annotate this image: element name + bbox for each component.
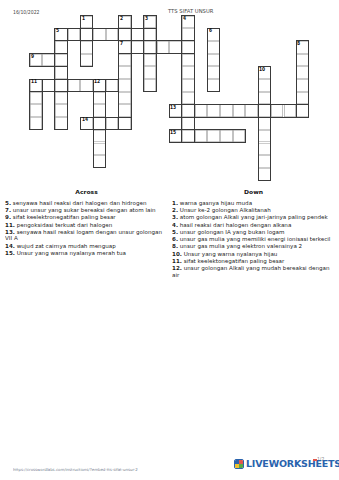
clue-number-10: 10 bbox=[259, 68, 265, 72]
grid-cell-r4c14[interactable] bbox=[207, 66, 220, 79]
grid-cell-r6c12[interactable] bbox=[182, 92, 195, 105]
grid-cell-r7c14[interactable] bbox=[207, 104, 220, 117]
clue-number-11: 11 bbox=[31, 80, 37, 84]
grid-cell-r1c4[interactable] bbox=[80, 28, 93, 41]
grid-cell-r5c9[interactable] bbox=[144, 79, 157, 92]
grid-cell-r4c9[interactable] bbox=[144, 66, 157, 79]
clue-down-8: 8. unsur gas mulia yang elektron valensi… bbox=[172, 243, 335, 249]
grid-cell-r2c9[interactable] bbox=[144, 41, 157, 54]
grid-cell-r6c18[interactable] bbox=[258, 92, 271, 105]
clue-down-3: 3. atom golongan Alkali yang jari-jariny… bbox=[172, 214, 335, 220]
grid-cell-r7c2[interactable] bbox=[55, 104, 68, 117]
grid-cell-r6c21[interactable] bbox=[296, 92, 309, 105]
clue-number-1: 1 bbox=[82, 17, 85, 21]
grid-cell-r2c12[interactable] bbox=[182, 41, 195, 54]
clue-across-15: 15. Unsur yang warna nyalanya merah tua bbox=[5, 250, 168, 256]
grid-cell-r5c3[interactable] bbox=[68, 79, 81, 92]
grid-cell-r7c13[interactable] bbox=[195, 104, 208, 117]
clue-across-14: 14. wujud zat cairnya mudah menguap bbox=[5, 242, 168, 248]
grid-cell-r7c18[interactable] bbox=[258, 104, 271, 117]
grid-cell-r1c12[interactable] bbox=[182, 28, 195, 41]
grid-cell-r3c14[interactable] bbox=[207, 54, 220, 67]
grid-cell-r1c3[interactable] bbox=[68, 28, 81, 41]
clue-number-7: 7 bbox=[120, 42, 123, 46]
grid-cell-r8c7[interactable] bbox=[118, 117, 131, 130]
across-header: Across bbox=[5, 189, 168, 196]
grid-cell-r3c9[interactable] bbox=[144, 54, 157, 67]
grid-cell-r8c5[interactable] bbox=[93, 117, 106, 130]
clue-number-12: 12 bbox=[94, 80, 100, 84]
liveworksheets-logo-icon bbox=[234, 459, 244, 469]
grid-cell-r5c1[interactable] bbox=[42, 79, 55, 92]
grid-cell-r9c15[interactable] bbox=[220, 130, 233, 143]
grid-cell-r5c18[interactable] bbox=[258, 79, 271, 92]
grid-cell-r5c21[interactable] bbox=[296, 79, 309, 92]
clue-number-13: 13 bbox=[170, 106, 176, 110]
grid-cell-r12c18[interactable] bbox=[258, 168, 271, 181]
grid-cell-r2c8[interactable] bbox=[131, 41, 144, 54]
grid-cell-r8c18[interactable] bbox=[258, 117, 271, 130]
grid-cell-r9c14[interactable] bbox=[207, 130, 220, 143]
grid-cell-r7c0[interactable] bbox=[30, 104, 43, 117]
grid-cell-r3c1[interactable] bbox=[42, 54, 55, 67]
clue-down-4: 4. hasil reaksi dari halogen dengan alka… bbox=[172, 221, 335, 227]
clue-number-4: 4 bbox=[183, 17, 186, 21]
grid-cell-r8c0[interactable] bbox=[30, 117, 43, 130]
footer-url: https://crosswordlabs.com/instructions/?… bbox=[13, 459, 262, 478]
grid-cell-r4c21[interactable] bbox=[296, 66, 309, 79]
grid-cell-r10c18[interactable] bbox=[258, 143, 271, 156]
grid-cell-r9c5[interactable] bbox=[93, 130, 106, 143]
grid-cell-r8c12[interactable] bbox=[182, 117, 195, 130]
grid-cell-r5c14[interactable] bbox=[207, 79, 220, 92]
grid-cell-r7c12[interactable] bbox=[182, 104, 195, 117]
clue-down-12: 12. unsur golongan Alkali yang mudah ber… bbox=[172, 265, 335, 278]
clue-down-2: 2. Unsur ke-2 golongan Alkalitanah bbox=[172, 207, 335, 213]
grid-cell-r5c4[interactable] bbox=[80, 79, 93, 92]
grid-cell-r11c5[interactable] bbox=[93, 155, 106, 168]
grid-cell-r4c2[interactable] bbox=[55, 66, 68, 79]
grid-cell-r7c16[interactable] bbox=[233, 104, 246, 117]
liveworksheets-logo[interactable]: LIVEWORKSHEETS bbox=[234, 457, 339, 470]
grid-cell-r1c6[interactable] bbox=[106, 28, 119, 41]
grid-cell-r2c2[interactable] bbox=[55, 41, 68, 54]
grid-cell-r2c10[interactable] bbox=[157, 41, 170, 54]
clue-number-2: 2 bbox=[120, 17, 123, 21]
grid-cell-r6c2[interactable] bbox=[55, 92, 68, 105]
grid-cell-r7c19[interactable] bbox=[271, 104, 284, 117]
grid-cell-r3c4[interactable] bbox=[80, 54, 93, 67]
grid-cell-r1c5[interactable] bbox=[93, 28, 106, 41]
grid-cell-r9c18[interactable] bbox=[258, 130, 271, 143]
across-clues-section: Across 5. senyawa hasil reaksi dari halo… bbox=[5, 189, 169, 325]
grid-cell-r11c18[interactable] bbox=[258, 155, 271, 168]
clue-down-6: 6. unsur gas mulia yang memiliki energi … bbox=[172, 236, 335, 242]
grid-cell-r5c2[interactable] bbox=[55, 79, 68, 92]
grid-cell-r8c2[interactable] bbox=[55, 117, 68, 130]
grid-cell-r5c7[interactable] bbox=[118, 79, 131, 92]
clue-number-15: 15 bbox=[170, 131, 176, 135]
grid-cell-r2c11[interactable] bbox=[169, 41, 182, 54]
clue-across-5: 5. senyawa hasil reaksi dari halogen dan… bbox=[5, 199, 168, 205]
clue-across-11: 11. pengoksidasi terkuat dari halogen bbox=[5, 221, 168, 227]
grid-cell-r7c20[interactable] bbox=[284, 104, 297, 117]
worksheet-page: 16/10/2022 TTS SIFAT UNSUR 1234567891011… bbox=[0, 0, 339, 480]
grid-cell-r7c21[interactable] bbox=[296, 104, 309, 117]
grid-cell-r4c7[interactable] bbox=[118, 66, 131, 79]
grid-cell-r3c2[interactable] bbox=[55, 54, 68, 67]
logo-e-accent bbox=[313, 459, 317, 461]
grid-cell-r6c7[interactable] bbox=[118, 92, 131, 105]
across-clue-list: 5. senyawa hasil reaksi dari halogen dan… bbox=[5, 199, 168, 256]
grid-cell-r9c13[interactable] bbox=[195, 130, 208, 143]
clue-down-5: 5. unsur golongan IA yang bukan logam bbox=[172, 229, 335, 235]
clue-down-11: 11. sifat keelektonegatifan paling besar bbox=[172, 258, 335, 264]
grid-cell-r5c6[interactable] bbox=[106, 79, 119, 92]
down-header: Down bbox=[172, 189, 335, 196]
clue-number-5: 5 bbox=[56, 29, 59, 33]
grid-cell-r1c9[interactable] bbox=[144, 28, 157, 41]
down-clue-list: 1. warna gasnya hijau muda2. Unsur ke-2 … bbox=[172, 199, 335, 278]
grid-cell-r6c5[interactable] bbox=[93, 92, 106, 105]
clue-number-9: 9 bbox=[31, 55, 34, 59]
clue-number-3: 3 bbox=[145, 17, 148, 21]
grid-cell-r2c4[interactable] bbox=[80, 41, 93, 54]
grid-cell-r9c16[interactable] bbox=[233, 130, 246, 143]
grid-cell-r3c21[interactable] bbox=[296, 54, 309, 67]
grid-cell-r8c6[interactable] bbox=[106, 117, 119, 130]
grid-cell-r9c12[interactable] bbox=[182, 130, 195, 143]
grid-cell-r7c7[interactable] bbox=[118, 104, 131, 117]
grid-cell-r10c5[interactable] bbox=[93, 143, 106, 156]
clue-across-13: 13. senyawa hasil reaksi logam dengan un… bbox=[5, 229, 168, 242]
grid-cell-r7c5[interactable] bbox=[93, 104, 106, 117]
grid-cell-r1c8[interactable] bbox=[131, 28, 144, 41]
clue-across-9: 9. sifat keelektronegatifan paling besar bbox=[5, 214, 168, 220]
clue-down-10: 10. Unsur yang warna nyalanya hijau bbox=[172, 250, 335, 256]
down-clues-section: Down 1. warna gasnya hijau muda2. Unsur … bbox=[172, 189, 336, 369]
grid-cell-r3c12[interactable] bbox=[182, 54, 195, 67]
crossword-grid: 123456789101112131415 bbox=[30, 16, 310, 182]
grid-cell-r4c12[interactable] bbox=[182, 66, 195, 79]
grid-cell-r7c17[interactable] bbox=[245, 104, 258, 117]
grid-cell-r6c0[interactable] bbox=[30, 92, 43, 105]
clue-number-6: 6 bbox=[209, 29, 212, 33]
liveworksheets-logo-text: LIVEWORKSHEETS bbox=[246, 458, 339, 469]
clue-down-1: 1. warna gasnya hijau muda bbox=[172, 199, 335, 205]
clue-number-14: 14 bbox=[82, 118, 88, 122]
clue-number-8: 8 bbox=[297, 42, 300, 46]
grid-cell-r1c7[interactable] bbox=[118, 28, 131, 41]
grid-cell-r7c15[interactable] bbox=[220, 104, 233, 117]
grid-cell-r3c7[interactable] bbox=[118, 54, 131, 67]
grid-cell-r5c12[interactable] bbox=[182, 79, 195, 92]
grid-cell-r2c14[interactable] bbox=[207, 41, 220, 54]
clue-across-7: 7. unsur unsur yang sukar bereaksi denga… bbox=[5, 207, 168, 213]
